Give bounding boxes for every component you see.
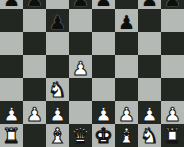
square-e6[interactable] (92, 9, 115, 32)
square-f2[interactable]: ♟ (115, 101, 138, 124)
square-h2[interactable]: ♟ (161, 101, 184, 124)
square-g2[interactable]: ♟ (138, 101, 161, 124)
square-a7[interactable]: ♟ (0, 0, 23, 9)
square-b1[interactable] (23, 124, 46, 147)
square-a5[interactable] (0, 32, 23, 55)
black-pawn-c6[interactable]: ♟ (46, 13, 69, 31)
square-d6[interactable] (69, 9, 92, 32)
square-g5[interactable] (138, 32, 161, 55)
black-pawn-f6[interactable]: ♟ (115, 13, 138, 31)
square-f7[interactable] (115, 0, 138, 9)
white-pawn-d4[interactable]: ♟ (69, 59, 92, 77)
square-b5[interactable] (23, 32, 46, 55)
square-e4[interactable] (92, 55, 115, 78)
square-a6[interactable] (0, 9, 23, 32)
white-bishop-c1[interactable]: ♝ (46, 126, 69, 146)
square-b7[interactable]: ♟ (23, 0, 46, 9)
white-pawn-f2[interactable]: ♟ (115, 105, 138, 123)
square-d1[interactable]: ♛ (69, 124, 92, 147)
square-f6[interactable]: ♟ (115, 9, 138, 32)
square-f5[interactable] (115, 32, 138, 55)
square-e1[interactable]: ♚ (92, 124, 115, 147)
white-knight-g1[interactable]: ♞ (138, 126, 161, 146)
white-pawn-e2[interactable]: ♟ (92, 105, 115, 123)
square-c2[interactable]: ♟ (46, 101, 69, 124)
white-pawn-a2[interactable]: ♟ (0, 105, 23, 123)
square-d7[interactable]: ♟ (69, 0, 92, 9)
square-f4[interactable] (115, 55, 138, 78)
square-g1[interactable]: ♞ (138, 124, 161, 147)
square-g4[interactable] (138, 55, 161, 78)
white-pawn-b2[interactable]: ♟ (23, 105, 46, 123)
white-king-e1[interactable]: ♚ (92, 126, 115, 146)
square-c4[interactable] (46, 55, 69, 78)
square-e3[interactable] (92, 78, 115, 101)
square-h4[interactable] (161, 55, 184, 78)
square-e7[interactable]: ♟ (92, 0, 115, 9)
white-rook-a1[interactable]: ♜ (0, 126, 23, 146)
square-c1[interactable]: ♝ (46, 124, 69, 147)
white-pawn-h2[interactable]: ♟ (161, 105, 184, 123)
square-c3[interactable]: ♞ (46, 78, 69, 101)
black-pawn-g7[interactable]: ♟ (138, 0, 161, 8)
black-pawn-h7[interactable]: ♟ (161, 0, 184, 8)
square-b4[interactable] (23, 55, 46, 78)
black-pawn-a7[interactable]: ♟ (0, 0, 23, 8)
black-pawn-d7[interactable]: ♟ (69, 0, 92, 8)
square-d3[interactable] (69, 78, 92, 101)
square-a2[interactable]: ♟ (0, 101, 23, 124)
square-c7[interactable] (46, 0, 69, 9)
chess-board: ♟♟♟♟♟♟♟♟♟♞♟♟♟♟♟♟♟♜♝♛♚♝♞♜ (0, 0, 184, 147)
white-pawn-c2[interactable]: ♟ (46, 105, 69, 123)
square-d4[interactable]: ♟ (69, 55, 92, 78)
black-pawn-b7[interactable]: ♟ (23, 0, 46, 8)
square-b3[interactable] (23, 78, 46, 101)
square-b6[interactable] (23, 9, 46, 32)
square-b2[interactable]: ♟ (23, 101, 46, 124)
square-c6[interactable]: ♟ (46, 9, 69, 32)
square-f1[interactable]: ♝ (115, 124, 138, 147)
square-g7[interactable]: ♟ (138, 0, 161, 9)
white-bishop-f1[interactable]: ♝ (115, 126, 138, 146)
square-h1[interactable]: ♜ (161, 124, 184, 147)
white-pawn-g2[interactable]: ♟ (138, 105, 161, 123)
square-g6[interactable] (138, 9, 161, 32)
square-a3[interactable] (0, 78, 23, 101)
square-c5[interactable] (46, 32, 69, 55)
square-g3[interactable] (138, 78, 161, 101)
white-queen-d1[interactable]: ♛ (69, 126, 92, 146)
square-h7[interactable]: ♟ (161, 0, 184, 9)
square-f3[interactable] (115, 78, 138, 101)
square-d2[interactable] (69, 101, 92, 124)
square-h6[interactable] (161, 9, 184, 32)
square-h5[interactable] (161, 32, 184, 55)
square-h3[interactable] (161, 78, 184, 101)
square-a1[interactable]: ♜ (0, 124, 23, 147)
black-pawn-e7[interactable]: ♟ (92, 0, 115, 8)
chess-app-screenshot: ♟♟♟♟♟♟♟♟♟♞♟♟♟♟♟♟♟♜♝♛♚♝♞♜ (0, 0, 184, 147)
white-rook-h1[interactable]: ♜ (161, 126, 184, 146)
square-d5[interactable] (69, 32, 92, 55)
white-knight-c3[interactable]: ♞ (46, 80, 69, 100)
square-e5[interactable] (92, 32, 115, 55)
square-e2[interactable]: ♟ (92, 101, 115, 124)
square-a4[interactable] (0, 55, 23, 78)
